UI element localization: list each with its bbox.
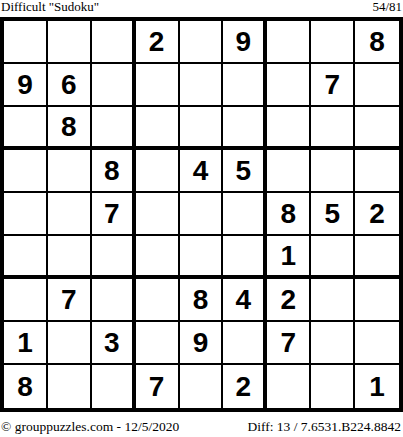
cell-r2c9[interactable] — [355, 64, 399, 107]
cell-r8c8[interactable] — [311, 322, 355, 365]
cell-r2c4[interactable] — [136, 64, 180, 107]
cell-r6c2[interactable] — [48, 236, 92, 279]
cell-r7c9[interactable] — [355, 279, 399, 322]
cell-r8c6[interactable] — [223, 322, 267, 365]
cell-r9c8[interactable] — [311, 365, 355, 408]
cell-r5c4[interactable] — [136, 193, 180, 236]
cell-r4c2[interactable] — [48, 150, 92, 193]
sudoku-page: Difficult "Sudoku" 54/81 298967884578521… — [0, 0, 403, 437]
cell-r5c8: 5 — [311, 193, 355, 236]
cell-r8c7: 7 — [267, 322, 311, 365]
cell-r8c5: 9 — [180, 322, 224, 365]
cell-r3c2: 8 — [48, 107, 92, 150]
cell-r7c6: 4 — [223, 279, 267, 322]
cell-r3c9[interactable] — [355, 107, 399, 150]
cell-r9c1: 8 — [4, 365, 48, 408]
cell-r7c2: 7 — [48, 279, 92, 322]
copyright-text: © grouppuzzles.com - 12/5/2020 — [1, 419, 179, 435]
cell-r2c8: 7 — [311, 64, 355, 107]
puzzle-title: Difficult "Sudoku" — [1, 0, 99, 14]
cell-r4c9[interactable] — [355, 150, 399, 193]
blank-count: 54/81 — [372, 0, 402, 14]
cell-r4c4[interactable] — [136, 150, 180, 193]
cell-r1c9: 8 — [355, 21, 399, 64]
header: Difficult "Sudoku" 54/81 — [0, 0, 403, 17]
footer: © grouppuzzles.com - 12/5/2020 Diff: 13 … — [0, 412, 403, 435]
cell-r7c4[interactable] — [136, 279, 180, 322]
cell-r8c4[interactable] — [136, 322, 180, 365]
cell-r2c5[interactable] — [180, 64, 224, 107]
cell-r5c6[interactable] — [223, 193, 267, 236]
cell-r5c7: 8 — [267, 193, 311, 236]
difficulty-text: Diff: 13 / 7.6531.B224.8842 — [247, 419, 401, 435]
cell-r9c4: 7 — [136, 365, 180, 408]
cell-r5c9: 2 — [355, 193, 399, 236]
cell-r6c4[interactable] — [136, 236, 180, 279]
cell-r1c3[interactable] — [92, 21, 136, 64]
cell-r9c6: 2 — [223, 365, 267, 408]
cell-r9c2[interactable] — [48, 365, 92, 408]
cell-r7c5: 8 — [180, 279, 224, 322]
cell-r6c7: 1 — [267, 236, 311, 279]
cell-r4c5: 4 — [180, 150, 224, 193]
cell-r9c3[interactable] — [92, 365, 136, 408]
cell-r6c5[interactable] — [180, 236, 224, 279]
cell-r8c9[interactable] — [355, 322, 399, 365]
cell-r9c5[interactable] — [180, 365, 224, 408]
cell-r1c7[interactable] — [267, 21, 311, 64]
cell-r3c5[interactable] — [180, 107, 224, 150]
cell-r1c2[interactable] — [48, 21, 92, 64]
cell-r3c1[interactable] — [4, 107, 48, 150]
cell-r6c6[interactable] — [223, 236, 267, 279]
cell-r4c6: 5 — [223, 150, 267, 193]
cell-r2c7[interactable] — [267, 64, 311, 107]
cell-r3c4[interactable] — [136, 107, 180, 150]
sudoku-grid: 298967884578521784213978721 — [0, 17, 403, 412]
cell-r1c5[interactable] — [180, 21, 224, 64]
cell-r6c3[interactable] — [92, 236, 136, 279]
cell-r2c6[interactable] — [223, 64, 267, 107]
cell-r7c7: 2 — [267, 279, 311, 322]
cell-r5c1[interactable] — [4, 193, 48, 236]
cell-r4c3: 8 — [92, 150, 136, 193]
cell-r8c1: 1 — [4, 322, 48, 365]
cell-r9c9: 1 — [355, 365, 399, 408]
cell-r7c3[interactable] — [92, 279, 136, 322]
cell-r6c9[interactable] — [355, 236, 399, 279]
cell-r5c2[interactable] — [48, 193, 92, 236]
cell-r1c6: 9 — [223, 21, 267, 64]
cell-r3c6[interactable] — [223, 107, 267, 150]
cell-r3c8[interactable] — [311, 107, 355, 150]
cell-r1c4: 2 — [136, 21, 180, 64]
cell-r7c8[interactable] — [311, 279, 355, 322]
cell-r3c3[interactable] — [92, 107, 136, 150]
cell-r4c1[interactable] — [4, 150, 48, 193]
cell-r2c1: 9 — [4, 64, 48, 107]
cell-r2c3[interactable] — [92, 64, 136, 107]
cell-r3c7[interactable] — [267, 107, 311, 150]
cell-r6c1[interactable] — [4, 236, 48, 279]
cell-r5c5[interactable] — [180, 193, 224, 236]
cell-r1c1[interactable] — [4, 21, 48, 64]
cell-r2c2: 6 — [48, 64, 92, 107]
cell-r8c3: 3 — [92, 322, 136, 365]
cell-r5c3: 7 — [92, 193, 136, 236]
cell-r4c7[interactable] — [267, 150, 311, 193]
cell-r8c2[interactable] — [48, 322, 92, 365]
cell-r7c1[interactable] — [4, 279, 48, 322]
cell-r1c8[interactable] — [311, 21, 355, 64]
cell-r9c7[interactable] — [267, 365, 311, 408]
cell-r6c8[interactable] — [311, 236, 355, 279]
cell-r4c8[interactable] — [311, 150, 355, 193]
